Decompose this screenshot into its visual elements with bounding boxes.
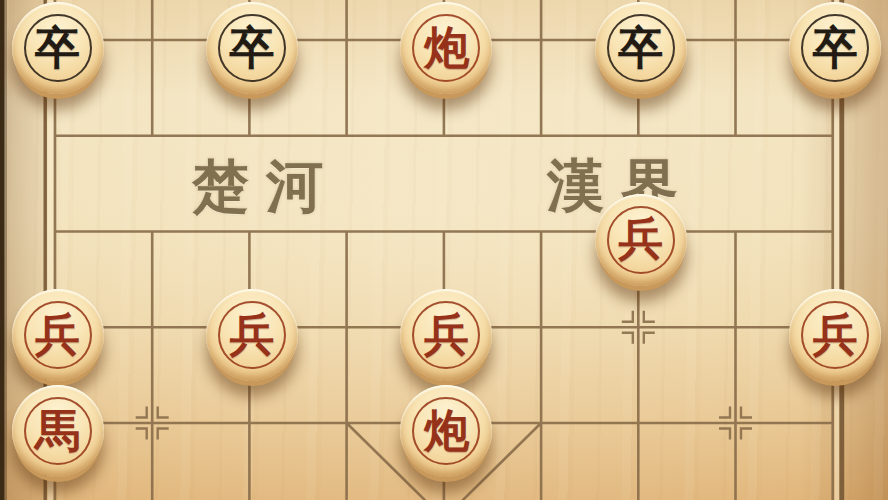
piece-red-soldier[interactable]: 兵 bbox=[12, 289, 104, 381]
piece-glyph: 炮 bbox=[424, 408, 469, 453]
board-left-rim-shade bbox=[5, 0, 8, 500]
piece-glyph: 卒 bbox=[618, 25, 663, 70]
piece-red-horse[interactable]: 馬 bbox=[12, 385, 104, 477]
river-label-chu-he: 楚河 bbox=[192, 149, 340, 226]
piece-glyph: 兵 bbox=[424, 312, 469, 357]
piece-black-soldier[interactable]: 卒 bbox=[789, 2, 881, 94]
xiangqi-board: 楚河 漢界 卒卒炮卒卒兵兵兵兵兵馬炮 bbox=[0, 0, 888, 500]
piece-glyph: 馬 bbox=[35, 408, 80, 453]
piece-glyph: 兵 bbox=[618, 216, 663, 261]
piece-red-soldier[interactable]: 兵 bbox=[206, 289, 298, 381]
piece-black-soldier[interactable]: 卒 bbox=[12, 2, 104, 94]
piece-glyph: 兵 bbox=[35, 312, 80, 357]
piece-glyph: 兵 bbox=[813, 312, 858, 357]
piece-red-cannon[interactable]: 炮 bbox=[400, 2, 492, 94]
piece-black-soldier[interactable]: 卒 bbox=[595, 2, 687, 94]
piece-black-soldier[interactable]: 卒 bbox=[206, 2, 298, 94]
piece-glyph: 卒 bbox=[813, 25, 858, 70]
piece-red-soldier[interactable]: 兵 bbox=[595, 194, 687, 286]
piece-glyph: 炮 bbox=[424, 25, 469, 70]
board-left-rim bbox=[0, 0, 5, 500]
piece-glyph: 卒 bbox=[229, 25, 274, 70]
piece-red-cannon[interactable]: 炮 bbox=[400, 385, 492, 477]
piece-red-soldier[interactable]: 兵 bbox=[789, 289, 881, 381]
piece-red-soldier[interactable]: 兵 bbox=[400, 289, 492, 381]
piece-glyph: 兵 bbox=[229, 312, 274, 357]
piece-glyph: 卒 bbox=[35, 25, 80, 70]
